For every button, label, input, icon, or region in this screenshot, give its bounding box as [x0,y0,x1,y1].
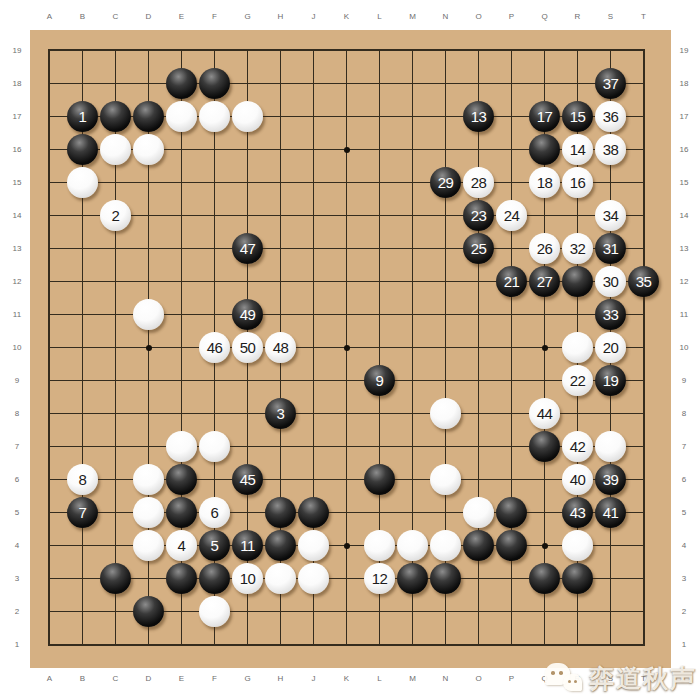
stone-F10: 46 [199,332,230,363]
cell-C12 [99,265,132,298]
cell-J14 [297,199,330,232]
cell-A11 [33,298,66,331]
cell-A18 [33,67,66,100]
row-label: 18 [4,67,30,100]
cell-C3 [99,562,132,595]
cell-C6 [99,463,132,496]
cell-E8 [165,397,198,430]
cell-T8 [627,397,660,430]
stone-O13: 25 [463,233,494,264]
stone-H5 [265,497,296,528]
cell-J12 [297,265,330,298]
stone-E5 [166,497,197,528]
cell-F12 [198,265,231,298]
cell-K5 [330,496,363,529]
move-number: 49 [240,307,256,322]
star-point-Q4 [542,543,548,549]
cell-T1 [627,628,660,661]
cell-J5 [297,496,330,529]
stone-R17: 15 [562,101,593,132]
cell-N9 [429,364,462,397]
cell-M18 [396,67,429,100]
row-label: 9 [671,364,697,397]
cell-M10 [396,331,429,364]
row-label: 19 [4,34,30,67]
cell-E7 [165,430,198,463]
cell-R16: 14 [561,133,594,166]
cell-G10: 50 [231,331,264,364]
cell-F19 [198,34,231,67]
cell-D12 [132,265,165,298]
row-label: 13 [671,232,697,265]
cell-F14 [198,199,231,232]
cell-A19 [33,34,66,67]
cell-Q11 [528,298,561,331]
cell-J2 [297,595,330,628]
cell-N16 [429,133,462,166]
cell-H8: 3 [264,397,297,430]
col-label: J [297,671,330,685]
cell-P4 [495,529,528,562]
cell-L1 [363,628,396,661]
cell-J1 [297,628,330,661]
cell-P17 [495,100,528,133]
row-label: 9 [4,364,30,397]
cell-M4 [396,529,429,562]
cell-E4: 4 [165,529,198,562]
cell-K14 [330,199,363,232]
stone-J3 [298,563,329,594]
row-labels-right: 19181716151413121110987654321 [671,34,697,661]
cell-F8 [198,397,231,430]
cell-O17: 13 [462,100,495,133]
stone-P5 [496,497,527,528]
move-number: 25 [471,241,487,256]
move-number: 5 [211,538,219,553]
cell-N10 [429,331,462,364]
move-number: 4 [178,538,186,553]
cell-N17 [429,100,462,133]
cell-S4 [594,529,627,562]
cell-E18 [165,67,198,100]
stone-F4: 5 [199,530,230,561]
stone-R4 [562,530,593,561]
cell-G19 [231,34,264,67]
cell-D14 [132,199,165,232]
cell-P9 [495,364,528,397]
cell-M11 [396,298,429,331]
cell-D13 [132,232,165,265]
stone-N3 [430,563,461,594]
col-label: P [495,671,528,685]
col-label: A [33,671,66,685]
cell-C16 [99,133,132,166]
cell-O19 [462,34,495,67]
stone-P14: 24 [496,200,527,231]
move-number: 34 [603,208,619,223]
stone-H8: 3 [265,398,296,429]
cell-A6 [33,463,66,496]
row-labels-left: 19181716151413121110987654321 [4,34,30,661]
move-number: 24 [504,208,520,223]
cell-J11 [297,298,330,331]
cell-P7 [495,430,528,463]
cell-E14 [165,199,198,232]
cell-H15 [264,166,297,199]
cell-S18: 37 [594,67,627,100]
cell-P10 [495,331,528,364]
stone-E6 [166,464,197,495]
stone-D2 [133,596,164,627]
cell-Q13: 26 [528,232,561,265]
stone-D11 [133,299,164,330]
move-number: 28 [471,175,487,190]
move-number: 3 [277,406,285,421]
cell-M2 [396,595,429,628]
cell-S10: 20 [594,331,627,364]
cell-T17 [627,100,660,133]
cell-P8 [495,397,528,430]
cell-F4: 5 [198,529,231,562]
stone-G3: 10 [232,563,263,594]
cell-E10 [165,331,198,364]
row-label: 5 [4,496,30,529]
cell-D11 [132,298,165,331]
stone-B15 [67,167,98,198]
cell-P19 [495,34,528,67]
stone-Q17: 17 [529,101,560,132]
move-number: 36 [603,109,619,124]
cell-L17 [363,100,396,133]
move-number: 38 [603,142,619,157]
stone-S12: 30 [595,266,626,297]
stone-L9: 9 [364,365,395,396]
cell-R14 [561,199,594,232]
cell-L7 [363,430,396,463]
cell-R3 [561,562,594,595]
cell-F7 [198,430,231,463]
cell-L2 [363,595,396,628]
cell-H5 [264,496,297,529]
cell-Q19 [528,34,561,67]
move-number: 17 [537,109,553,124]
stone-F5: 6 [199,497,230,528]
cell-M13 [396,232,429,265]
stone-S14: 34 [595,200,626,231]
cell-K9 [330,364,363,397]
stone-R9: 22 [562,365,593,396]
cell-M3 [396,562,429,595]
watermark: 弈道秋声 [544,661,697,695]
row-label: 15 [671,166,697,199]
watermark-text: 弈道秋声 [589,662,697,695]
cell-G16 [231,133,264,166]
stone-L3: 12 [364,563,395,594]
cell-T2 [627,595,660,628]
cell-F2 [198,595,231,628]
stone-S7 [595,431,626,462]
cell-B8 [66,397,99,430]
cell-C14: 2 [99,199,132,232]
cell-N2 [429,595,462,628]
stone-O4 [463,530,494,561]
row-label: 14 [4,199,30,232]
cell-P12: 21 [495,265,528,298]
cell-R13: 32 [561,232,594,265]
cell-Q16 [528,133,561,166]
stone-Q12: 27 [529,266,560,297]
move-number: 13 [471,109,487,124]
stone-Q15: 18 [529,167,560,198]
cell-S17: 36 [594,100,627,133]
col-label: O [462,9,495,23]
move-number: 23 [471,208,487,223]
stone-D17 [133,101,164,132]
cell-C8 [99,397,132,430]
move-number: 16 [570,175,586,190]
cell-D18 [132,67,165,100]
cell-T4 [627,529,660,562]
move-number: 45 [240,472,256,487]
cell-S14: 34 [594,199,627,232]
stone-R16: 14 [562,134,593,165]
cell-E5 [165,496,198,529]
cell-Q14 [528,199,561,232]
cell-Q3 [528,562,561,595]
cell-K18 [330,67,363,100]
cell-T15 [627,166,660,199]
cell-R6: 40 [561,463,594,496]
cell-K1 [330,628,363,661]
cell-E15 [165,166,198,199]
cell-S5: 41 [594,496,627,529]
cell-C18 [99,67,132,100]
cell-G4: 11 [231,529,264,562]
cell-L13 [363,232,396,265]
stone-T12: 35 [628,266,659,297]
cell-O11 [462,298,495,331]
move-number: 20 [603,340,619,355]
col-label: G [231,671,264,685]
row-label: 19 [671,34,697,67]
stone-R10 [562,332,593,363]
cell-O2 [462,595,495,628]
col-label: E [165,9,198,23]
cell-L19 [363,34,396,67]
col-label: R [561,9,594,23]
col-label: P [495,9,528,23]
stone-O5 [463,497,494,528]
go-board-grid: 3711317153614382928181622324344725263231… [33,34,660,661]
cell-B4 [66,529,99,562]
cell-L6 [363,463,396,496]
cell-F15 [198,166,231,199]
row-label: 1 [4,628,30,661]
stone-Q7 [529,431,560,462]
stone-P4 [496,530,527,561]
cell-L4 [363,529,396,562]
cell-J4 [297,529,330,562]
cell-J13 [297,232,330,265]
move-number: 32 [570,241,586,256]
cell-H13 [264,232,297,265]
cell-G7 [231,430,264,463]
cell-A8 [33,397,66,430]
cell-Q1 [528,628,561,661]
cell-K16 [330,133,363,166]
cell-K4 [330,529,363,562]
cell-N1 [429,628,462,661]
move-number: 9 [376,373,384,388]
cell-S8 [594,397,627,430]
cell-G14 [231,199,264,232]
cell-Q8: 44 [528,397,561,430]
cell-B1 [66,628,99,661]
cell-G12 [231,265,264,298]
cell-M7 [396,430,429,463]
cell-H18 [264,67,297,100]
cell-R5: 43 [561,496,594,529]
cell-B17: 1 [66,100,99,133]
move-number: 30 [603,274,619,289]
cell-A7 [33,430,66,463]
row-label: 17 [4,100,30,133]
stone-E7 [166,431,197,462]
row-label: 16 [671,133,697,166]
cell-B18 [66,67,99,100]
cell-B6: 8 [66,463,99,496]
col-label: M [396,671,429,685]
cell-K19 [330,34,363,67]
stone-O14: 23 [463,200,494,231]
row-label: 14 [671,199,697,232]
stone-D6 [133,464,164,495]
cell-C10 [99,331,132,364]
cell-N15: 29 [429,166,462,199]
cell-D4 [132,529,165,562]
cell-B16 [66,133,99,166]
cell-G8 [231,397,264,430]
stone-G11: 49 [232,299,263,330]
cell-H1 [264,628,297,661]
cell-M15 [396,166,429,199]
cell-N8 [429,397,462,430]
cell-C4 [99,529,132,562]
cell-D7 [132,430,165,463]
stone-F18 [199,68,230,99]
col-label: B [66,9,99,23]
cell-D17 [132,100,165,133]
cell-E16 [165,133,198,166]
cell-R4 [561,529,594,562]
cell-G1 [231,628,264,661]
cell-H4 [264,529,297,562]
col-label: D [132,9,165,23]
cell-P13 [495,232,528,265]
cell-F3 [198,562,231,595]
row-label: 16 [4,133,30,166]
cell-A4 [33,529,66,562]
cell-B3 [66,562,99,595]
cell-C5 [99,496,132,529]
cell-N19 [429,34,462,67]
stone-G4: 11 [232,530,263,561]
move-number: 33 [603,307,619,322]
cell-C2 [99,595,132,628]
cell-N4 [429,529,462,562]
cell-J8 [297,397,330,430]
col-label: L [363,671,396,685]
stone-B6: 8 [67,464,98,495]
cell-B10 [66,331,99,364]
move-number: 12 [372,571,388,586]
stone-H10: 48 [265,332,296,363]
cell-S11: 33 [594,298,627,331]
cell-E13 [165,232,198,265]
cell-E12 [165,265,198,298]
cell-A17 [33,100,66,133]
cell-P6 [495,463,528,496]
stone-D16 [133,134,164,165]
cell-R10 [561,331,594,364]
stone-B17: 1 [67,101,98,132]
star-point-Q10 [542,345,548,351]
move-number: 39 [603,472,619,487]
cell-H9 [264,364,297,397]
cell-M14 [396,199,429,232]
cell-N6 [429,463,462,496]
cell-O5 [462,496,495,529]
cell-P11 [495,298,528,331]
row-label: 18 [671,67,697,100]
star-point-K16 [344,147,350,153]
cell-K11 [330,298,363,331]
col-label: J [297,9,330,23]
move-number: 26 [537,241,553,256]
cell-Q17: 17 [528,100,561,133]
row-label: 8 [4,397,30,430]
move-number: 1 [79,109,87,124]
move-number: 22 [570,373,586,388]
cell-B13 [66,232,99,265]
cell-A10 [33,331,66,364]
cell-N18 [429,67,462,100]
cell-P2 [495,595,528,628]
row-label: 12 [4,265,30,298]
cell-F9 [198,364,231,397]
cell-S6: 39 [594,463,627,496]
cell-M1 [396,628,429,661]
cell-J16 [297,133,330,166]
cell-N5 [429,496,462,529]
move-number: 2 [112,208,120,223]
cell-O16 [462,133,495,166]
stone-S10: 20 [595,332,626,363]
cell-S3 [594,562,627,595]
cell-S16: 38 [594,133,627,166]
move-number: 48 [273,340,289,355]
cell-R1 [561,628,594,661]
cell-F6 [198,463,231,496]
star-point-K4 [344,543,350,549]
cell-P3 [495,562,528,595]
cell-K17 [330,100,363,133]
cell-A3 [33,562,66,595]
cell-K3 [330,562,363,595]
col-label: Q [528,9,561,23]
row-label: 8 [671,397,697,430]
cell-J6 [297,463,330,496]
